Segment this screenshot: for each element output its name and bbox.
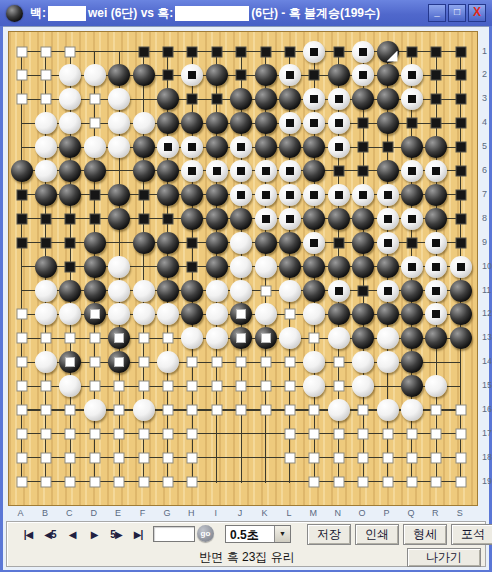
territory-white-mark[interactable]: [180, 374, 204, 398]
board-point[interactable]: [424, 350, 448, 374]
stone-white[interactable]: [205, 302, 229, 326]
stone-black[interactable]: [132, 231, 156, 255]
stone-black[interactable]: [205, 255, 229, 279]
territory-white-mark[interactable]: [351, 398, 375, 422]
stone-black[interactable]: [34, 183, 58, 207]
stone-white[interactable]: [132, 398, 156, 422]
territory-black-mark[interactable]: [449, 207, 473, 231]
nav-back-5-button[interactable]: ◀5: [39, 527, 61, 543]
opening-button[interactable]: 포석: [451, 524, 492, 545]
territory-white-mark[interactable]: [34, 374, 58, 398]
territory-white-mark[interactable]: [327, 446, 351, 470]
territory-white-mark[interactable]: [449, 422, 473, 446]
stone-white-dead[interactable]: [327, 135, 351, 159]
stone-white[interactable]: [34, 111, 58, 135]
territory-black-mark[interactable]: [376, 135, 400, 159]
stone-black[interactable]: [83, 279, 107, 303]
territory-black-mark[interactable]: [449, 231, 473, 255]
territory-black-mark[interactable]: [327, 40, 351, 64]
territory-white-mark[interactable]: [132, 422, 156, 446]
territory-white-mark[interactable]: [132, 374, 156, 398]
territory-white-mark[interactable]: [254, 279, 278, 303]
territory-white-mark[interactable]: [34, 422, 58, 446]
stone-black[interactable]: [376, 302, 400, 326]
stone-black[interactable]: [449, 302, 473, 326]
territory-white-mark[interactable]: [376, 470, 400, 494]
stone-white[interactable]: [278, 279, 302, 303]
stone-white[interactable]: [302, 350, 326, 374]
stone-white[interactable]: [107, 135, 131, 159]
stone-black[interactable]: [156, 87, 180, 111]
stone-white-dead[interactable]: [180, 135, 204, 159]
stone-black-dead[interactable]: [107, 350, 131, 374]
stone-white[interactable]: [132, 279, 156, 303]
territory-white-mark[interactable]: [58, 470, 82, 494]
stone-white[interactable]: [156, 350, 180, 374]
territory-white-mark[interactable]: [58, 446, 82, 470]
territory-black-mark[interactable]: [449, 183, 473, 207]
go-board[interactable]: [8, 31, 478, 506]
territory-black-mark[interactable]: [132, 183, 156, 207]
territory-white-mark[interactable]: [351, 470, 375, 494]
stone-white[interactable]: [34, 350, 58, 374]
territory-black-mark[interactable]: [424, 63, 448, 87]
stone-white-dead[interactable]: [424, 159, 448, 183]
territory-white-mark[interactable]: [34, 87, 58, 111]
stone-white-dead[interactable]: [278, 111, 302, 135]
stone-black[interactable]: [205, 111, 229, 135]
territory-white-mark[interactable]: [180, 350, 204, 374]
territory-black-mark[interactable]: [180, 40, 204, 64]
territory-black-mark[interactable]: [449, 111, 473, 135]
territory-white-mark[interactable]: [107, 446, 131, 470]
territory-black-mark[interactable]: [58, 231, 82, 255]
stone-black[interactable]: [107, 207, 131, 231]
territory-white-mark[interactable]: [132, 350, 156, 374]
move-number-input[interactable]: [153, 526, 195, 542]
stone-white[interactable]: [376, 326, 400, 350]
stone-white[interactable]: [107, 111, 131, 135]
territory-black-mark[interactable]: [229, 63, 253, 87]
judge-button[interactable]: 형세: [403, 524, 447, 545]
stone-white[interactable]: [254, 255, 278, 279]
stone-white[interactable]: [132, 111, 156, 135]
print-button[interactable]: 인쇄: [355, 524, 399, 545]
territory-white-mark[interactable]: [424, 470, 448, 494]
board-point[interactable]: [132, 87, 156, 111]
board-point[interactable]: [132, 255, 156, 279]
territory-black-mark[interactable]: [10, 207, 34, 231]
stone-white[interactable]: [156, 302, 180, 326]
stone-black[interactable]: [424, 326, 448, 350]
title-bar[interactable]: 백: wei (6단) vs 흑: (6단) - 흑 불계승(199수) _ □…: [0, 0, 492, 26]
stone-white[interactable]: [34, 302, 58, 326]
stone-black[interactable]: [449, 279, 473, 303]
stone-black[interactable]: [254, 87, 278, 111]
stone-black-dead[interactable]: [107, 326, 131, 350]
territory-black-mark[interactable]: [10, 231, 34, 255]
territory-white-mark[interactable]: [10, 350, 34, 374]
territory-white-mark[interactable]: [302, 470, 326, 494]
territory-white-mark[interactable]: [278, 350, 302, 374]
stone-black-dead[interactable]: [254, 326, 278, 350]
board-point[interactable]: [229, 446, 253, 470]
stone-white-dead[interactable]: [254, 183, 278, 207]
territory-black-mark[interactable]: [278, 40, 302, 64]
stone-white[interactable]: [229, 255, 253, 279]
territory-white-mark[interactable]: [107, 470, 131, 494]
territory-white-mark[interactable]: [58, 422, 82, 446]
stone-white[interactable]: [278, 326, 302, 350]
territory-white-mark[interactable]: [278, 422, 302, 446]
territory-black-mark[interactable]: [180, 231, 204, 255]
stone-white-dead[interactable]: [327, 183, 351, 207]
stone-black[interactable]: [205, 207, 229, 231]
stone-black[interactable]: [302, 135, 326, 159]
stone-black[interactable]: [400, 183, 424, 207]
stone-black[interactable]: [351, 231, 375, 255]
stone-black[interactable]: [351, 326, 375, 350]
territory-black-mark[interactable]: [58, 207, 82, 231]
territory-black-mark[interactable]: [327, 159, 351, 183]
stone-white[interactable]: [229, 231, 253, 255]
stone-white-dead[interactable]: [302, 183, 326, 207]
stone-black[interactable]: [180, 207, 204, 231]
territory-white-mark[interactable]: [302, 446, 326, 470]
territory-white-mark[interactable]: [449, 470, 473, 494]
stone-black[interactable]: [180, 183, 204, 207]
go-button[interactable]: go: [197, 525, 214, 542]
territory-white-mark[interactable]: [229, 350, 253, 374]
stone-white[interactable]: [351, 350, 375, 374]
stone-black[interactable]: [229, 207, 253, 231]
territory-white-mark[interactable]: [34, 446, 58, 470]
territory-white-mark[interactable]: [10, 470, 34, 494]
stone-black[interactable]: [400, 279, 424, 303]
territory-white-mark[interactable]: [107, 398, 131, 422]
stone-white[interactable]: [58, 63, 82, 87]
stone-white-dead[interactable]: [400, 63, 424, 87]
territory-black-mark[interactable]: [351, 111, 375, 135]
territory-white-mark[interactable]: [132, 326, 156, 350]
territory-black-mark[interactable]: [302, 63, 326, 87]
territory-black-mark[interactable]: [424, 87, 448, 111]
stone-black[interactable]: [107, 183, 131, 207]
territory-white-mark[interactable]: [254, 374, 278, 398]
territory-white-mark[interactable]: [400, 470, 424, 494]
close-button[interactable]: X: [468, 4, 486, 22]
stone-white-dead[interactable]: [327, 87, 351, 111]
territory-white-mark[interactable]: [424, 398, 448, 422]
territory-black-mark[interactable]: [34, 231, 58, 255]
territory-white-mark[interactable]: [10, 446, 34, 470]
territory-white-mark[interactable]: [156, 374, 180, 398]
stone-white-dead[interactable]: [424, 231, 448, 255]
territory-black-mark[interactable]: [10, 183, 34, 207]
stone-white-dead[interactable]: [278, 183, 302, 207]
stone-black[interactable]: [327, 63, 351, 87]
territory-black-mark[interactable]: [327, 231, 351, 255]
territory-white-mark[interactable]: [376, 446, 400, 470]
stone-black[interactable]: [424, 135, 448, 159]
territory-white-mark[interactable]: [34, 470, 58, 494]
stone-white[interactable]: [302, 302, 326, 326]
stone-white[interactable]: [400, 398, 424, 422]
chevron-down-icon[interactable]: ▼: [274, 526, 290, 542]
territory-white-mark[interactable]: [229, 398, 253, 422]
territory-white-mark[interactable]: [58, 398, 82, 422]
territory-black-mark[interactable]: [83, 207, 107, 231]
nav-forward-5-button[interactable]: 5▶: [105, 527, 127, 543]
stone-black-dead[interactable]: [58, 350, 82, 374]
territory-white-mark[interactable]: [302, 398, 326, 422]
stone-black[interactable]: [83, 255, 107, 279]
stone-white-dead[interactable]: [278, 63, 302, 87]
stone-white-dead[interactable]: [327, 279, 351, 303]
stone-white[interactable]: [229, 279, 253, 303]
stone-black[interactable]: [205, 63, 229, 87]
board-point[interactable]: [10, 135, 34, 159]
territory-white-mark[interactable]: [83, 446, 107, 470]
territory-white-mark[interactable]: [205, 374, 229, 398]
stone-black[interactable]: [327, 255, 351, 279]
stone-black[interactable]: [449, 326, 473, 350]
nav-forward-button[interactable]: ▶: [83, 527, 105, 543]
stone-black[interactable]: [205, 231, 229, 255]
stone-white-dead[interactable]: [400, 87, 424, 111]
stone-black[interactable]: [400, 302, 424, 326]
territory-white-mark[interactable]: [83, 111, 107, 135]
territory-black-mark[interactable]: [449, 40, 473, 64]
territory-black-mark[interactable]: [449, 159, 473, 183]
stone-white-dead[interactable]: [278, 207, 302, 231]
stone-black[interactable]: [58, 279, 82, 303]
territory-white-mark[interactable]: [449, 398, 473, 422]
stone-black[interactable]: [424, 207, 448, 231]
stone-black[interactable]: [302, 255, 326, 279]
stone-black[interactable]: [302, 207, 326, 231]
board-point[interactable]: [254, 470, 278, 494]
territory-white-mark[interactable]: [205, 398, 229, 422]
territory-black-mark[interactable]: [424, 111, 448, 135]
stone-black[interactable]: [351, 207, 375, 231]
stone-black[interactable]: [58, 135, 82, 159]
territory-white-mark[interactable]: [83, 374, 107, 398]
territory-white-mark[interactable]: [156, 422, 180, 446]
territory-white-mark[interactable]: [424, 422, 448, 446]
stone-black[interactable]: [58, 159, 82, 183]
territory-white-mark[interactable]: [229, 374, 253, 398]
board-point[interactable]: [107, 159, 131, 183]
stone-black[interactable]: [278, 231, 302, 255]
territory-black-mark[interactable]: [83, 183, 107, 207]
stone-black[interactable]: [400, 326, 424, 350]
stone-white[interactable]: [34, 279, 58, 303]
stone-black[interactable]: [351, 302, 375, 326]
stone-white[interactable]: [107, 279, 131, 303]
stone-black[interactable]: [156, 159, 180, 183]
territory-white-mark[interactable]: [10, 374, 34, 398]
territory-white-mark[interactable]: [327, 350, 351, 374]
territory-black-mark[interactable]: [180, 87, 204, 111]
territory-white-mark[interactable]: [10, 40, 34, 64]
territory-black-mark[interactable]: [205, 40, 229, 64]
territory-white-mark[interactable]: [351, 422, 375, 446]
territory-white-mark[interactable]: [156, 398, 180, 422]
stone-black[interactable]: [302, 159, 326, 183]
stone-white-dead[interactable]: [351, 183, 375, 207]
stone-white-dead[interactable]: [376, 183, 400, 207]
stone-black[interactable]: [58, 183, 82, 207]
territory-white-mark[interactable]: [58, 40, 82, 64]
stone-black[interactable]: [400, 350, 424, 374]
stone-black-dead[interactable]: [229, 326, 253, 350]
stone-black[interactable]: [107, 63, 131, 87]
territory-white-mark[interactable]: [83, 326, 107, 350]
stone-black-dead[interactable]: [229, 302, 253, 326]
territory-white-mark[interactable]: [132, 446, 156, 470]
exit-button[interactable]: 나가기: [407, 548, 481, 567]
stone-white[interactable]: [83, 63, 107, 87]
territory-black-mark[interactable]: [449, 87, 473, 111]
board-point[interactable]: [10, 255, 34, 279]
territory-white-mark[interactable]: [180, 422, 204, 446]
stone-black[interactable]: [132, 159, 156, 183]
stone-white[interactable]: [107, 87, 131, 111]
stone-black-last-move[interactable]: [376, 40, 400, 64]
stone-black[interactable]: [254, 231, 278, 255]
stone-black[interactable]: [351, 255, 375, 279]
territory-white-mark[interactable]: [278, 446, 302, 470]
territory-white-mark[interactable]: [10, 422, 34, 446]
territory-white-mark[interactable]: [180, 470, 204, 494]
stone-white-dead[interactable]: [302, 87, 326, 111]
territory-white-mark[interactable]: [327, 422, 351, 446]
stone-black[interactable]: [254, 63, 278, 87]
stone-black[interactable]: [180, 279, 204, 303]
stone-black[interactable]: [376, 87, 400, 111]
stone-white-dead[interactable]: [351, 63, 375, 87]
stone-black[interactable]: [302, 279, 326, 303]
territory-white-mark[interactable]: [327, 470, 351, 494]
stone-white-dead[interactable]: [400, 159, 424, 183]
stone-black-dead[interactable]: [83, 302, 107, 326]
territory-black-mark[interactable]: [34, 207, 58, 231]
territory-white-mark[interactable]: [180, 398, 204, 422]
board-point[interactable]: [10, 279, 34, 303]
stone-black[interactable]: [83, 159, 107, 183]
nav-back-button[interactable]: ◀: [61, 527, 83, 543]
board-point[interactable]: [254, 422, 278, 446]
stone-black[interactable]: [156, 279, 180, 303]
territory-white-mark[interactable]: [254, 350, 278, 374]
stone-white-dead[interactable]: [302, 231, 326, 255]
territory-white-mark[interactable]: [449, 446, 473, 470]
stone-white[interactable]: [376, 398, 400, 422]
stone-white[interactable]: [34, 159, 58, 183]
territory-white-mark[interactable]: [254, 398, 278, 422]
stone-black[interactable]: [351, 87, 375, 111]
stone-black[interactable]: [278, 255, 302, 279]
territory-white-mark[interactable]: [400, 446, 424, 470]
territory-white-mark[interactable]: [156, 326, 180, 350]
nav-first-button[interactable]: |◀: [17, 527, 39, 543]
stone-white[interactable]: [107, 302, 131, 326]
territory-black-mark[interactable]: [400, 40, 424, 64]
territory-white-mark[interactable]: [424, 446, 448, 470]
stone-black[interactable]: [424, 183, 448, 207]
board-point[interactable]: [205, 470, 229, 494]
stone-black[interactable]: [229, 111, 253, 135]
territory-white-mark[interactable]: [327, 374, 351, 398]
board-point[interactable]: [376, 374, 400, 398]
territory-white-mark[interactable]: [132, 470, 156, 494]
board-point[interactable]: [107, 231, 131, 255]
stone-white-dead[interactable]: [180, 159, 204, 183]
stone-white-dead[interactable]: [376, 231, 400, 255]
territory-black-mark[interactable]: [449, 135, 473, 159]
stone-black[interactable]: [400, 135, 424, 159]
stone-white[interactable]: [351, 374, 375, 398]
board-point[interactable]: [449, 350, 473, 374]
territory-white-mark[interactable]: [278, 398, 302, 422]
stone-white-dead[interactable]: [424, 302, 448, 326]
stone-white-dead[interactable]: [400, 207, 424, 231]
territory-white-mark[interactable]: [10, 398, 34, 422]
stone-white[interactable]: [132, 302, 156, 326]
board-point[interactable]: [229, 422, 253, 446]
stone-black[interactable]: [376, 63, 400, 87]
stone-black[interactable]: [156, 231, 180, 255]
stone-black[interactable]: [132, 135, 156, 159]
stone-white[interactable]: [58, 111, 82, 135]
stone-white-dead[interactable]: [229, 183, 253, 207]
stone-white-dead[interactable]: [302, 40, 326, 64]
board-point[interactable]: [205, 422, 229, 446]
stone-black[interactable]: [278, 87, 302, 111]
board-point[interactable]: [107, 40, 131, 64]
stone-black[interactable]: [34, 255, 58, 279]
territory-white-mark[interactable]: [205, 350, 229, 374]
territory-black-mark[interactable]: [351, 279, 375, 303]
maximize-button[interactable]: □: [448, 4, 466, 22]
territory-black-mark[interactable]: [424, 40, 448, 64]
save-button[interactable]: 저장: [307, 524, 351, 545]
stone-white[interactable]: [107, 255, 131, 279]
board-point[interactable]: [229, 470, 253, 494]
stone-white[interactable]: [58, 374, 82, 398]
stone-white-dead[interactable]: [376, 207, 400, 231]
territory-white-mark[interactable]: [34, 326, 58, 350]
stone-white[interactable]: [205, 279, 229, 303]
territory-black-mark[interactable]: [132, 207, 156, 231]
territory-white-mark[interactable]: [83, 87, 107, 111]
territory-white-mark[interactable]: [10, 302, 34, 326]
territory-white-mark[interactable]: [10, 87, 34, 111]
territory-black-mark[interactable]: [132, 40, 156, 64]
stone-white-dead[interactable]: [180, 63, 204, 87]
stone-black[interactable]: [83, 231, 107, 255]
stone-white[interactable]: [83, 135, 107, 159]
territory-black-mark[interactable]: [205, 87, 229, 111]
territory-black-mark[interactable]: [156, 63, 180, 87]
territory-black-mark[interactable]: [400, 111, 424, 135]
stone-white-dead[interactable]: [327, 111, 351, 135]
stone-white[interactable]: [376, 350, 400, 374]
stone-white-dead[interactable]: [400, 255, 424, 279]
stone-black[interactable]: [180, 111, 204, 135]
stone-black[interactable]: [376, 159, 400, 183]
